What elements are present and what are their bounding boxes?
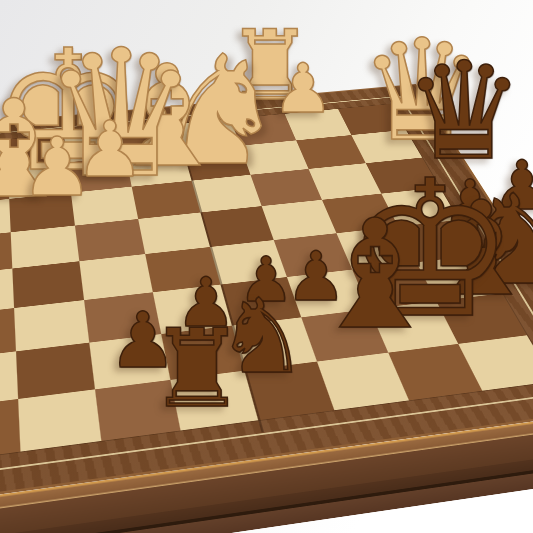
- product-photo-scene: ♝♚♛♝♞♜♛♟♟♟♟♟♛♚♝♝♞♞♜♟♟♟♟♟♟: [0, 0, 533, 533]
- piece-white-pawn-1[interactable]: ♟: [21, 127, 94, 208]
- pieces-layer: ♝♚♛♝♞♜♛♟♟♟♟♟♛♚♝♝♞♞♜♟♟♟♟♟♟: [0, 0, 533, 533]
- piece-black-rook[interactable]: ♜: [149, 315, 246, 423]
- piece-black-bishop-a[interactable]: ♝: [307, 200, 442, 351]
